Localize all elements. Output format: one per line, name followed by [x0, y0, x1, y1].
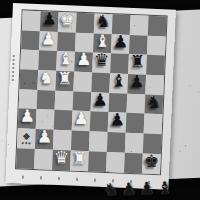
- square-c1[interactable]: ♛: [52, 150, 71, 170]
- square-a8[interactable]: [22, 10, 41, 30]
- square-d6[interactable]: ♟: [74, 52, 93, 72]
- square-g6[interactable]: ♜: [128, 54, 147, 74]
- square-b6[interactable]: [38, 51, 57, 71]
- captured-black-pawn: ♟: [120, 179, 138, 200]
- chess-board-grid: ♟♚♞♟♝♟♝♟♛♜♞♜♝♟♟♞♟♟♟❖✶✶✶♟♛♜♚: [15, 9, 168, 175]
- square-b2[interactable]: ♟: [35, 129, 54, 149]
- square-b7[interactable]: ♟: [39, 31, 58, 51]
- square-a2[interactable]: ❖✶✶✶: [17, 128, 36, 148]
- square-h5[interactable]: [145, 75, 164, 95]
- square-e7[interactable]: ♝: [93, 33, 112, 53]
- square-c3[interactable]: [54, 110, 73, 130]
- square-a6[interactable]: [20, 50, 39, 70]
- speckle: [8, 144, 9, 145]
- square-h4[interactable]: ♞: [144, 94, 163, 114]
- square-e5[interactable]: [91, 72, 110, 92]
- brand-text-strip: [12, 55, 15, 81]
- square-d1[interactable]: ♜: [70, 150, 89, 170]
- square-c4[interactable]: [55, 91, 74, 111]
- captured-black-knight: ♞: [102, 180, 120, 200]
- square-b3[interactable]: [36, 110, 55, 130]
- square-a4[interactable]: [19, 89, 38, 109]
- square-e6[interactable]: ♛: [92, 53, 111, 73]
- captured-black-pawn: ♟: [138, 178, 156, 200]
- square-e2[interactable]: [89, 131, 108, 151]
- square-c7[interactable]: [57, 32, 76, 52]
- captured-pieces-tray: ♞♟♟♝: [103, 177, 194, 200]
- photo-scene: ♟♚♞♟♝♟♝♟♛♜♞♜♝♟♟♞♟♟♟❖✶✶✶♟♛♜♚ ♞♟♟♝: [0, 0, 200, 200]
- square-a7[interactable]: [21, 30, 40, 50]
- square-d4[interactable]: [73, 91, 92, 111]
- speckle: [185, 145, 186, 146]
- square-h7[interactable]: [147, 35, 166, 55]
- square-e4[interactable]: ♟: [91, 92, 110, 112]
- black-pawn[interactable]: ♟: [40, 7, 58, 29]
- square-b8[interactable]: ♟: [40, 11, 59, 31]
- square-e8[interactable]: ♞: [94, 13, 113, 33]
- square-f5[interactable]: ♝: [109, 73, 128, 93]
- square-d5[interactable]: [73, 72, 92, 92]
- square-h6[interactable]: [146, 55, 165, 75]
- speckle: [180, 151, 181, 152]
- square-d3[interactable]: ♟: [72, 111, 91, 131]
- square-d8[interactable]: [76, 13, 95, 33]
- square-d7[interactable]: [75, 32, 94, 52]
- square-f4[interactable]: [108, 93, 127, 113]
- square-b1[interactable]: [34, 149, 53, 169]
- square-f7[interactable]: ♟: [111, 34, 130, 54]
- speckle: [69, 171, 70, 172]
- square-f8[interactable]: [112, 14, 131, 34]
- square-f1[interactable]: [106, 152, 125, 172]
- square-b5[interactable]: ♞: [37, 70, 56, 90]
- square-c5[interactable]: ♜: [55, 71, 74, 91]
- square-a5[interactable]: [19, 69, 38, 89]
- square-f2[interactable]: [107, 132, 126, 152]
- square-e3[interactable]: [90, 112, 109, 132]
- captured-black-bishop: ♝: [157, 178, 175, 200]
- speckle: [172, 99, 173, 100]
- chess-board: ♟♚♞♟♝♟♝♟♛♜♞♜♝♟♟♞♟♟♟❖✶✶✶♟♛♜♚: [5, 3, 175, 190]
- square-g4[interactable]: [126, 94, 145, 114]
- square-b4[interactable]: [37, 90, 56, 110]
- speckle: [189, 85, 190, 86]
- square-g8[interactable]: [130, 15, 149, 35]
- manufacturer-emblem-icon: ❖✶✶✶: [18, 131, 35, 146]
- square-f6[interactable]: [110, 54, 129, 74]
- square-g7[interactable]: [129, 35, 148, 55]
- square-c8[interactable]: ♚: [58, 12, 77, 32]
- square-h8[interactable]: [148, 16, 167, 36]
- square-c6[interactable]: ♝: [56, 51, 75, 71]
- square-a3[interactable]: ♟: [18, 109, 37, 129]
- square-d2[interactable]: [71, 131, 90, 151]
- square-f3[interactable]: ♟: [108, 113, 127, 133]
- square-h3[interactable]: [144, 114, 163, 134]
- square-a1[interactable]: [16, 148, 35, 168]
- square-h1[interactable]: ♚: [142, 153, 161, 173]
- square-g1[interactable]: [124, 153, 143, 173]
- square-g2[interactable]: [125, 133, 144, 153]
- white-king[interactable]: ♚: [58, 8, 76, 30]
- speckle: [1, 140, 2, 141]
- black-knight[interactable]: ♞: [94, 10, 112, 32]
- square-c2[interactable]: [53, 130, 72, 150]
- square-h2[interactable]: [143, 134, 162, 154]
- square-g5[interactable]: ♟: [127, 74, 146, 94]
- square-e1[interactable]: [88, 151, 107, 171]
- square-g3[interactable]: [126, 113, 145, 133]
- speckle: [198, 92, 199, 93]
